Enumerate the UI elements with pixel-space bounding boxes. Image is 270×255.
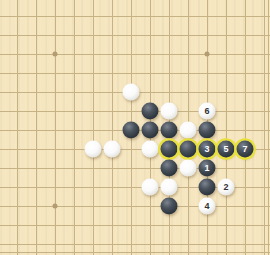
stone-white [123,84,140,101]
stone-white [161,103,178,120]
move-number-label: 7 [242,141,247,158]
stone-black [161,198,178,215]
stone-black-win-highlight [180,141,197,158]
stone-black [142,122,159,139]
stone-black-win-highlight [161,141,178,158]
stone-black [199,122,216,139]
stone-black [123,122,140,139]
stone-black [161,160,178,177]
stone-white [180,160,197,177]
stone-white [161,179,178,196]
stone-white [180,122,197,139]
stone-white: 6 [199,103,216,120]
stone-black [199,179,216,196]
move-number-label: 2 [223,179,228,196]
stone-black-win-highlight: 7 [237,141,254,158]
move-number-label: 3 [204,141,209,158]
move-number-label: 5 [223,141,228,158]
stone-white [142,141,159,158]
stone-white: 2 [218,179,235,196]
stone-white: 4 [199,198,216,215]
stone-black: 1 [199,160,216,177]
stone-white [85,141,102,158]
move-number-label: 6 [204,103,209,120]
stone-black-win-highlight: 3 [199,141,216,158]
gomoku-board[interactable]: 6357124 [0,0,270,255]
star-point [205,52,210,57]
star-point [53,204,58,209]
stone-black [161,122,178,139]
stone-black [142,103,159,120]
star-point [53,52,58,57]
stone-white [104,141,121,158]
move-number-label: 4 [204,198,209,215]
move-number-label: 1 [204,160,209,177]
stone-black-win-highlight: 5 [218,141,235,158]
stone-white [142,179,159,196]
